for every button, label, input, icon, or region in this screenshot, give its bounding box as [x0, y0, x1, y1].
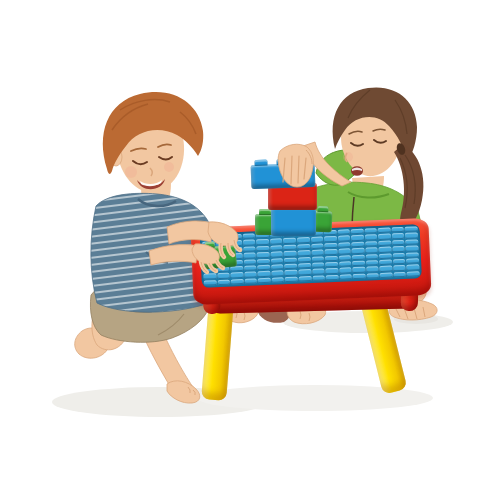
boy-far-forearm: [167, 221, 212, 244]
boy-near-arm: [149, 244, 223, 272]
girl-reach-arm: [278, 142, 351, 187]
boy-near-forearm: [149, 245, 198, 265]
scene: [0, 0, 500, 500]
hands-overlay: [0, 0, 500, 500]
